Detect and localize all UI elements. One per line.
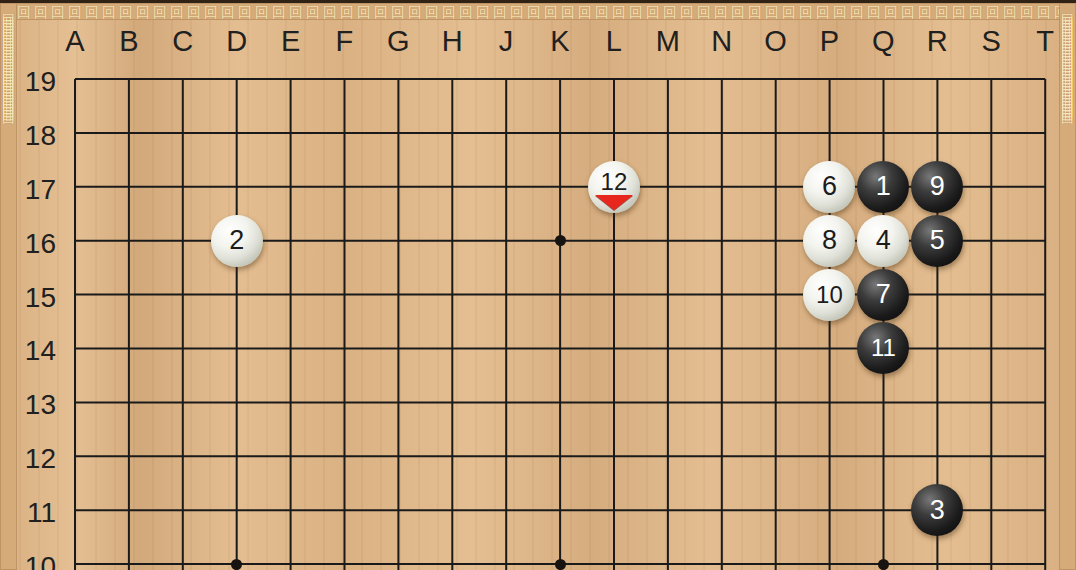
intersection-D15[interactable]	[210, 268, 264, 322]
stone-black-R16: 5	[911, 215, 963, 267]
intersection-F11[interactable]	[318, 483, 372, 537]
intersection-F13[interactable]	[318, 375, 372, 429]
intersection-J19[interactable]	[479, 52, 533, 106]
intersection-S18[interactable]	[964, 106, 1018, 160]
intersection-D18[interactable]	[210, 106, 264, 160]
intersection-R19[interactable]	[910, 52, 964, 106]
intersection-M18[interactable]	[641, 106, 695, 160]
intersection-B11[interactable]	[102, 483, 156, 537]
intersection-E18[interactable]	[264, 106, 318, 160]
intersection-K13[interactable]	[533, 375, 587, 429]
intersection-G13[interactable]	[371, 375, 425, 429]
intersection-M10[interactable]	[641, 537, 695, 570]
intersection-M19[interactable]	[641, 52, 695, 106]
intersection-H13[interactable]	[425, 375, 479, 429]
intersection-R15[interactable]	[910, 268, 964, 322]
intersection-N11[interactable]	[695, 483, 749, 537]
intersection-O14[interactable]	[749, 322, 803, 376]
intersection-E10[interactable]	[264, 537, 318, 570]
intersection-R11[interactable]: 3	[910, 483, 964, 537]
intersection-P14[interactable]	[803, 322, 857, 376]
move-number: 9	[930, 173, 945, 200]
intersection-R14[interactable]	[910, 322, 964, 376]
intersection-Q13[interactable]	[856, 375, 910, 429]
intersection-P12[interactable]	[803, 429, 857, 483]
intersection-S12[interactable]	[964, 429, 1018, 483]
intersection-O12[interactable]	[749, 429, 803, 483]
col-label-S: S	[964, 25, 1018, 58]
stone-white-Q16: 4	[857, 215, 909, 267]
intersection-K11[interactable]	[533, 483, 587, 537]
intersection-G14[interactable]	[371, 322, 425, 376]
intersection-K14[interactable]	[533, 322, 587, 376]
board-intersections[interactable]: 126192845107113	[48, 52, 1072, 570]
intersection-C10[interactable]	[156, 537, 210, 570]
intersection-G19[interactable]	[371, 52, 425, 106]
intersection-O15[interactable]	[749, 268, 803, 322]
intersection-N13[interactable]	[695, 375, 749, 429]
intersection-Q10[interactable]	[856, 537, 910, 570]
intersection-G16[interactable]	[371, 214, 425, 268]
intersection-M14[interactable]	[641, 322, 695, 376]
intersection-S10[interactable]	[964, 537, 1018, 570]
intersection-B17[interactable]	[102, 160, 156, 214]
go-board-screen: 回回回回回回回回回回回回回回回回回回回回回回回回回回回回回回回回回回回回回回回回…	[0, 0, 1076, 570]
intersection-C16[interactable]	[156, 214, 210, 268]
intersection-N15[interactable]	[695, 268, 749, 322]
intersection-N12[interactable]	[695, 429, 749, 483]
intersection-C14[interactable]	[156, 322, 210, 376]
intersection-Q14[interactable]: 11	[856, 322, 910, 376]
move-number: 7	[876, 281, 891, 308]
intersection-K19[interactable]	[533, 52, 587, 106]
intersection-Q19[interactable]	[856, 52, 910, 106]
intersection-D14[interactable]	[210, 322, 264, 376]
col-label-Q: Q	[856, 25, 910, 58]
intersection-M16[interactable]	[641, 214, 695, 268]
intersection-G11[interactable]	[371, 483, 425, 537]
intersection-S13[interactable]	[964, 375, 1018, 429]
intersection-B13[interactable]	[102, 375, 156, 429]
intersection-B19[interactable]	[102, 52, 156, 106]
frame-meander-left: 回回回回回回回回回回回回回回回回回回回回回回回回回回回回回回回回回回	[0, 3, 17, 570]
col-label-P: P	[803, 25, 857, 58]
intersection-E17[interactable]	[264, 160, 318, 214]
intersection-L19[interactable]	[587, 52, 641, 106]
intersection-S17[interactable]	[964, 160, 1018, 214]
intersection-H18[interactable]	[425, 106, 479, 160]
intersection-K12[interactable]	[533, 429, 587, 483]
intersection-E15[interactable]	[264, 268, 318, 322]
intersection-C11[interactable]	[156, 483, 210, 537]
intersection-K16[interactable]	[533, 214, 587, 268]
col-label-D: D	[210, 25, 264, 58]
intersection-P15[interactable]: 10	[803, 268, 857, 322]
intersection-D16[interactable]: 2	[210, 214, 264, 268]
intersection-G10[interactable]	[371, 537, 425, 570]
intersection-D13[interactable]	[210, 375, 264, 429]
intersection-H15[interactable]	[425, 268, 479, 322]
intersection-L15[interactable]	[587, 268, 641, 322]
intersection-Q16[interactable]: 4	[856, 214, 910, 268]
intersection-F15[interactable]	[318, 268, 372, 322]
intersection-C12[interactable]	[156, 429, 210, 483]
stone-black-Q14: 11	[857, 322, 909, 374]
intersection-C13[interactable]	[156, 375, 210, 429]
star-point-K16	[555, 235, 566, 246]
intersection-K15[interactable]	[533, 268, 587, 322]
frame-meander-right: 回回回回回回回回回回回回回回回回回回回回回回回回回回回回回回回回回回	[1059, 3, 1076, 570]
intersection-L10[interactable]	[587, 537, 641, 570]
intersection-J17[interactable]	[479, 160, 533, 214]
intersection-E14[interactable]	[264, 322, 318, 376]
intersection-A12[interactable]	[48, 429, 102, 483]
stone-white-D16: 2	[211, 215, 263, 267]
intersection-F14[interactable]	[318, 322, 372, 376]
intersection-K17[interactable]	[533, 160, 587, 214]
intersection-P19[interactable]	[803, 52, 857, 106]
intersection-Q15[interactable]: 7	[856, 268, 910, 322]
col-label-H: H	[425, 25, 479, 58]
stone-black-R11: 3	[911, 484, 963, 536]
intersection-L11[interactable]	[587, 483, 641, 537]
column-labels: ABCDEFGHJKLMNOPQRST	[48, 25, 1072, 58]
intersection-L13[interactable]	[587, 375, 641, 429]
intersection-O18[interactable]	[749, 106, 803, 160]
intersection-O13[interactable]	[749, 375, 803, 429]
intersection-Q12[interactable]	[856, 429, 910, 483]
intersection-M15[interactable]	[641, 268, 695, 322]
intersection-J12[interactable]	[479, 429, 533, 483]
intersection-N16[interactable]	[695, 214, 749, 268]
intersection-R13[interactable]	[910, 375, 964, 429]
intersection-L16[interactable]	[587, 214, 641, 268]
intersection-H11[interactable]	[425, 483, 479, 537]
intersection-J14[interactable]	[479, 322, 533, 376]
col-label-R: R	[910, 25, 964, 58]
move-number: 8	[822, 227, 837, 254]
intersection-P13[interactable]	[803, 375, 857, 429]
intersection-H14[interactable]	[425, 322, 479, 376]
intersection-G17[interactable]	[371, 160, 425, 214]
intersection-D17[interactable]	[210, 160, 264, 214]
stone-white-P15: 10	[803, 269, 855, 321]
star-point-Q10	[878, 559, 889, 570]
col-label-K: K	[533, 25, 587, 58]
intersection-P17[interactable]: 6	[803, 160, 857, 214]
intersection-J10[interactable]	[479, 537, 533, 570]
intersection-S14[interactable]	[964, 322, 1018, 376]
intersection-R18[interactable]	[910, 106, 964, 160]
intersection-Q17[interactable]: 1	[856, 160, 910, 214]
move-number: 1	[876, 173, 891, 200]
intersection-O10[interactable]	[749, 537, 803, 570]
intersection-C19[interactable]	[156, 52, 210, 106]
intersection-R16[interactable]: 5	[910, 214, 964, 268]
intersection-L18[interactable]	[587, 106, 641, 160]
intersection-N19[interactable]	[695, 52, 749, 106]
intersection-H16[interactable]	[425, 214, 479, 268]
intersection-N17[interactable]	[695, 160, 749, 214]
intersection-A11[interactable]	[48, 483, 102, 537]
move-number: 2	[229, 227, 244, 254]
intersection-M11[interactable]	[641, 483, 695, 537]
intersection-B10[interactable]	[102, 537, 156, 570]
intersection-F17[interactable]	[318, 160, 372, 214]
intersection-N18[interactable]	[695, 106, 749, 160]
star-point-D10	[231, 559, 242, 570]
intersection-O19[interactable]	[749, 52, 803, 106]
frame-top-edge	[0, 0, 1076, 3]
intersection-B16[interactable]	[102, 214, 156, 268]
intersection-P18[interactable]	[803, 106, 857, 160]
intersection-G12[interactable]	[371, 429, 425, 483]
intersection-R10[interactable]	[910, 537, 964, 570]
intersection-K10[interactable]	[533, 537, 587, 570]
intersection-J11[interactable]	[479, 483, 533, 537]
intersection-E19[interactable]	[264, 52, 318, 106]
intersection-R12[interactable]	[910, 429, 964, 483]
intersection-A19[interactable]	[48, 52, 102, 106]
intersection-F16[interactable]	[318, 214, 372, 268]
col-label-F: F	[318, 25, 372, 58]
frame-meander-top: 回回回回回回回回回回回回回回回回回回回回回回回回回回回回回回回回回回回回回回回回…	[0, 3, 1076, 20]
col-label-E: E	[264, 25, 318, 58]
intersection-J18[interactable]	[479, 106, 533, 160]
intersection-F10[interactable]	[318, 537, 372, 570]
intersection-E16[interactable]	[264, 214, 318, 268]
col-label-C: C	[156, 25, 210, 58]
intersection-M17[interactable]	[641, 160, 695, 214]
intersection-R17[interactable]: 9	[910, 160, 964, 214]
intersection-L14[interactable]	[587, 322, 641, 376]
intersection-A17[interactable]	[48, 160, 102, 214]
intersection-G18[interactable]	[371, 106, 425, 160]
intersection-A14[interactable]	[48, 322, 102, 376]
stone-black-Q15: 7	[857, 269, 909, 321]
intersection-G15[interactable]	[371, 268, 425, 322]
intersection-B18[interactable]	[102, 106, 156, 160]
intersection-F18[interactable]	[318, 106, 372, 160]
intersection-N10[interactable]	[695, 537, 749, 570]
star-point-K10	[555, 559, 566, 570]
intersection-A18[interactable]	[48, 106, 102, 160]
col-label-A: A	[48, 25, 102, 58]
intersection-D11[interactable]	[210, 483, 264, 537]
intersection-H10[interactable]	[425, 537, 479, 570]
intersection-A15[interactable]	[48, 268, 102, 322]
intersection-F19[interactable]	[318, 52, 372, 106]
col-label-N: N	[695, 25, 749, 58]
move-number: 6	[822, 173, 837, 200]
intersection-M13[interactable]	[641, 375, 695, 429]
intersection-E12[interactable]	[264, 429, 318, 483]
col-label-M: M	[641, 25, 695, 58]
col-label-G: G	[371, 25, 425, 58]
stone-white-L17: 12	[588, 161, 640, 213]
intersection-P10[interactable]	[803, 537, 857, 570]
move-number: 3	[930, 497, 945, 524]
intersection-E13[interactable]	[264, 375, 318, 429]
intersection-K18[interactable]	[533, 106, 587, 160]
stone-black-Q17: 1	[857, 161, 909, 213]
intersection-L17[interactable]: 12	[587, 160, 641, 214]
intersection-N14[interactable]	[695, 322, 749, 376]
intersection-S16[interactable]	[964, 214, 1018, 268]
stone-black-R17: 9	[911, 161, 963, 213]
col-label-B: B	[102, 25, 156, 58]
intersection-D10[interactable]	[210, 537, 264, 570]
intersection-C18[interactable]	[156, 106, 210, 160]
intersection-O11[interactable]	[749, 483, 803, 537]
intersection-A13[interactable]	[48, 375, 102, 429]
intersection-F12[interactable]	[318, 429, 372, 483]
intersection-C15[interactable]	[156, 268, 210, 322]
intersection-L12[interactable]	[587, 429, 641, 483]
intersection-O16[interactable]	[749, 214, 803, 268]
intersection-J15[interactable]	[479, 268, 533, 322]
intersection-D12[interactable]	[210, 429, 264, 483]
intersection-J13[interactable]	[479, 375, 533, 429]
intersection-S19[interactable]	[964, 52, 1018, 106]
intersection-O17[interactable]	[749, 160, 803, 214]
move-number: 4	[876, 227, 891, 254]
move-number: 5	[930, 227, 945, 254]
intersection-C17[interactable]	[156, 160, 210, 214]
intersection-Q18[interactable]	[856, 106, 910, 160]
intersection-H12[interactable]	[425, 429, 479, 483]
intersection-D19[interactable]	[210, 52, 264, 106]
intersection-J16[interactable]	[479, 214, 533, 268]
intersection-B14[interactable]	[102, 322, 156, 376]
stone-white-P17: 6	[803, 161, 855, 213]
intersection-Q11[interactable]	[856, 483, 910, 537]
stone-white-P16: 8	[803, 215, 855, 267]
col-label-O: O	[749, 25, 803, 58]
intersection-P16[interactable]: 8	[803, 214, 857, 268]
intersection-H19[interactable]	[425, 52, 479, 106]
last-move-marker-icon	[595, 195, 633, 210]
col-label-L: L	[587, 25, 641, 58]
move-number: 10	[816, 283, 843, 307]
intersection-H17[interactable]	[425, 160, 479, 214]
move-number: 12	[601, 170, 628, 194]
intersection-M12[interactable]	[641, 429, 695, 483]
intersection-A16[interactable]	[48, 214, 102, 268]
intersection-A10[interactable]	[48, 537, 102, 570]
intersection-B15[interactable]	[102, 268, 156, 322]
intersection-S11[interactable]	[964, 483, 1018, 537]
col-label-J: J	[479, 25, 533, 58]
intersection-B12[interactable]	[102, 429, 156, 483]
intersection-P11[interactable]	[803, 483, 857, 537]
move-number: 11	[871, 336, 896, 360]
intersection-E11[interactable]	[264, 483, 318, 537]
intersection-S15[interactable]	[964, 268, 1018, 322]
